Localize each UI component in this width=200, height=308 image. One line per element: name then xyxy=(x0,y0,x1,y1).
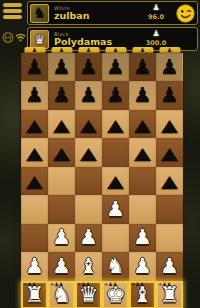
board-cell[interactable]: ♟ xyxy=(156,81,183,109)
board-cell[interactable]: ♟ xyxy=(48,224,75,252)
piece-black-triangle[interactable]: ▲ xyxy=(107,173,124,190)
black-knight-avatar-icon: ♞ xyxy=(33,6,46,21)
piece-black-triangle[interactable]: ▲ xyxy=(80,145,97,162)
piece-black-pawn[interactable]: ♟ xyxy=(133,85,152,106)
globe-icon xyxy=(2,31,14,44)
piece-black-triangle[interactable]: ▲ xyxy=(53,117,70,134)
board-cell[interactable]: +♟♟♝ xyxy=(129,281,156,308)
piece-black-triangle[interactable]: ▲ xyxy=(80,117,97,134)
board-cell[interactable]: ▲ xyxy=(102,167,129,195)
wink-emoji[interactable] xyxy=(176,4,195,23)
board-cell[interactable] xyxy=(75,167,102,195)
board-cell[interactable]: ▲ xyxy=(21,138,48,166)
board-cell[interactable] xyxy=(156,195,183,223)
piece-white-pawn[interactable]: ♟ xyxy=(79,227,98,248)
menu-button[interactable] xyxy=(3,3,22,20)
board-cell[interactable]: ▲ xyxy=(129,110,156,138)
board-cell[interactable]: ♟ xyxy=(48,81,75,109)
board-cell[interactable]: ♟ xyxy=(21,81,48,109)
piece-black-pawn[interactable]: ♟ xyxy=(79,85,98,106)
promotion-zone-tab: ♟ xyxy=(105,47,126,53)
board-cell[interactable]: +♟♟♜ xyxy=(21,281,48,308)
board-cell[interactable]: ▲ xyxy=(48,110,75,138)
board-cell[interactable]: ♟♟ xyxy=(48,53,75,81)
pawn-icon: ♟ xyxy=(141,29,171,39)
piece-black-triangle[interactable]: ▲ xyxy=(161,145,178,162)
piece-black-triangle[interactable]: ▲ xyxy=(107,117,124,134)
piece-white-pawn[interactable]: ♟ xyxy=(25,256,44,277)
board-cell[interactable] xyxy=(129,195,156,223)
board-cell[interactable] xyxy=(21,195,48,223)
piece-black-pawn[interactable]: ♟ xyxy=(52,57,71,78)
board-cell[interactable]: +♟♟♚ xyxy=(102,281,129,308)
piece-white-rook[interactable]: ♜ xyxy=(160,284,180,306)
piece-black-pawn[interactable]: ♟ xyxy=(160,57,179,78)
piece-white-pawn[interactable]: ♟ xyxy=(52,256,71,277)
piece-white-pawn[interactable]: ♟ xyxy=(133,256,152,277)
board-cell[interactable] xyxy=(102,224,129,252)
piece-white-king[interactable]: ♚ xyxy=(106,284,126,306)
score-value: 96.0 xyxy=(141,13,171,21)
board-cell[interactable]: ▲ xyxy=(129,138,156,166)
piece-black-pawn[interactable]: ♟ xyxy=(79,57,98,78)
player-card-white[interactable]: ♞ White zulban ♟ 96.0 xyxy=(27,1,198,25)
board-cell[interactable]: ♟♟ xyxy=(21,53,48,81)
piece-black-pawn[interactable]: ♟ xyxy=(25,85,44,106)
piece-black-triangle[interactable]: ▲ xyxy=(134,145,151,162)
piece-black-pawn[interactable]: ♟ xyxy=(106,57,125,78)
player-name: zulban xyxy=(54,10,90,21)
board-cell[interactable]: ▲ xyxy=(156,138,183,166)
board-cell[interactable] xyxy=(156,224,183,252)
board-cell[interactable]: ♟ xyxy=(156,252,183,280)
piece-black-triangle[interactable]: ▲ xyxy=(161,173,178,190)
promotion-zone-tab: ♟ xyxy=(24,47,45,53)
board-cell[interactable]: ♝ xyxy=(75,252,102,280)
board-cell[interactable]: ▲ xyxy=(48,138,75,166)
threat-marker: +♟♟ xyxy=(23,282,36,287)
avatar: ♞ xyxy=(30,4,49,23)
piece-black-pawn[interactable]: ♟ xyxy=(133,57,152,78)
piece-black-triangle[interactable]: ▲ xyxy=(26,145,43,162)
board-cell[interactable]: ♟ xyxy=(129,224,156,252)
piece-black-triangle[interactable]: ▲ xyxy=(134,117,151,134)
piece-white-pawn[interactable]: ♟ xyxy=(160,256,179,277)
piece-white-pawn[interactable]: ♟ xyxy=(52,227,71,248)
board-cell[interactable] xyxy=(102,138,129,166)
piece-white-knight[interactable]: ♞ xyxy=(52,284,72,306)
board-cell[interactable]: ♟ xyxy=(129,252,156,280)
board-cell[interactable]: ♟♟ xyxy=(156,53,183,81)
board-cell[interactable]: ♟ xyxy=(129,81,156,109)
board-cell[interactable]: +♟♟♜ xyxy=(156,281,183,308)
threat-marker: +♟♟ xyxy=(131,282,144,287)
board-cell[interactable] xyxy=(129,167,156,195)
app-screen: ♞ White zulban ♟ 96.0 ♛ Black Polydamas … xyxy=(0,0,200,308)
board-cell[interactable]: ♟♟ xyxy=(102,53,129,81)
board-cell[interactable]: ♟ xyxy=(102,195,129,223)
threat-marker: +♟♟ xyxy=(158,282,171,287)
board-cell[interactable] xyxy=(48,167,75,195)
piece-black-triangle[interactable]: ▲ xyxy=(53,145,70,162)
promotion-zone-tab: ♟ xyxy=(159,47,180,53)
board-cell[interactable]: ▲ xyxy=(156,167,183,195)
promotion-zone-tab: ♟ xyxy=(78,47,99,53)
board-cell[interactable]: ▲ xyxy=(156,110,183,138)
promotion-zone-tab: ♟ xyxy=(132,47,153,53)
board-cell[interactable]: ♞ xyxy=(102,252,129,280)
hamburger-icon xyxy=(3,3,22,7)
board-cell[interactable]: ♟ xyxy=(75,224,102,252)
piece-black-pawn[interactable]: ♟ xyxy=(25,57,44,78)
board-cell[interactable]: ♟ xyxy=(102,81,129,109)
piece-white-pawn[interactable]: ♟ xyxy=(133,227,152,248)
board-cell[interactable] xyxy=(48,195,75,223)
score-block: ♟ 96.0 xyxy=(141,3,171,24)
threat-marker: +♟♟ xyxy=(104,282,117,287)
board-cell[interactable]: ♟♟ xyxy=(129,53,156,81)
board-cell[interactable]: ♟ xyxy=(48,252,75,280)
board-cell[interactable] xyxy=(21,224,48,252)
piece-black-triangle[interactable]: ▲ xyxy=(26,173,43,190)
board: ♟♟♟♟♟♟♟♟♟♟♟♟♟♟♟♟♟♟▲▲▲▲▲▲▲▲▲▲▲▲▲▲♟♟♟♟♟♟♝♞… xyxy=(20,52,184,308)
piece-white-rook[interactable]: ♜ xyxy=(25,284,45,306)
board-cell[interactable]: ♟ xyxy=(75,81,102,109)
board-cell[interactable]: ▲ xyxy=(75,138,102,166)
board-cell[interactable]: ▲ xyxy=(75,110,102,138)
piece-white-pawn[interactable]: ♟ xyxy=(106,199,125,220)
piece-white-bishop[interactable]: ♝ xyxy=(133,284,153,306)
threat-marker: +♟♟ xyxy=(77,282,90,287)
piece-black-pawn[interactable]: ♟ xyxy=(106,85,125,106)
threat-marker: +♟♟ xyxy=(50,282,63,287)
board-cell[interactable]: +♟♟♛ xyxy=(75,281,102,308)
piece-black-triangle[interactable]: ▲ xyxy=(26,117,43,134)
piece-black-pawn[interactable]: ♟ xyxy=(52,85,71,106)
piece-black-pawn[interactable]: ♟ xyxy=(160,85,179,106)
board-cell[interactable]: +♟♟♞ xyxy=(48,281,75,308)
board-cell[interactable]: ▲ xyxy=(21,167,48,195)
board-cell[interactable]: ♟♟ xyxy=(75,53,102,81)
white-queen-avatar-icon: ♛ xyxy=(34,33,46,46)
piece-white-knight[interactable]: ♞ xyxy=(106,256,125,277)
board-cell[interactable]: ▲ xyxy=(102,110,129,138)
piece-white-bishop[interactable]: ♝ xyxy=(79,256,98,277)
piece-white-queen[interactable]: ♛ xyxy=(79,284,99,306)
wifi-icon xyxy=(15,31,26,43)
piece-black-triangle[interactable]: ▲ xyxy=(161,117,178,134)
board-cell[interactable]: ▲ xyxy=(21,110,48,138)
board-cell[interactable] xyxy=(75,195,102,223)
connectivity-indicators xyxy=(2,30,26,44)
promotion-zone-tab: ♟ xyxy=(51,47,72,53)
board-cell[interactable]: ♟ xyxy=(21,252,48,280)
pawn-icon: ♟ xyxy=(141,3,171,13)
